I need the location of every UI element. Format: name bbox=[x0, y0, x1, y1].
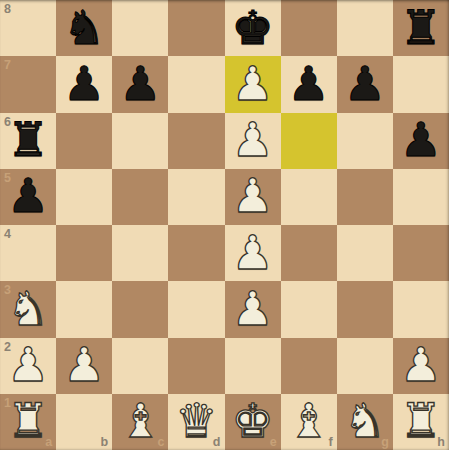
square-b4[interactable] bbox=[56, 225, 112, 281]
black-pawn-a5[interactable]: ♟ bbox=[7, 172, 49, 219]
square-f7[interactable]: ♟ bbox=[281, 56, 337, 112]
square-a3[interactable]: 3♞ bbox=[0, 281, 56, 337]
square-f3[interactable] bbox=[281, 281, 337, 337]
black-knight-b8[interactable]: ♞ bbox=[63, 4, 105, 51]
square-h6[interactable]: ♟ bbox=[393, 113, 449, 169]
black-pawn-h6[interactable]: ♟ bbox=[400, 116, 442, 163]
square-g7[interactable]: ♟ bbox=[337, 56, 393, 112]
square-g1[interactable]: g♞ bbox=[337, 394, 393, 450]
square-e6[interactable]: ♟ bbox=[225, 113, 281, 169]
square-b5[interactable] bbox=[56, 169, 112, 225]
square-f6[interactable] bbox=[281, 113, 337, 169]
square-c5[interactable] bbox=[112, 169, 168, 225]
square-b7[interactable]: ♟ bbox=[56, 56, 112, 112]
coord-rank-7: 7 bbox=[4, 59, 11, 72]
black-pawn-b7[interactable]: ♟ bbox=[63, 60, 105, 107]
white-pawn-b2[interactable]: ♟ bbox=[63, 341, 105, 388]
square-b1[interactable]: b bbox=[56, 394, 112, 450]
square-d5[interactable] bbox=[168, 169, 224, 225]
square-g5[interactable] bbox=[337, 169, 393, 225]
white-pawn-e4[interactable]: ♟ bbox=[231, 229, 273, 276]
square-g8[interactable] bbox=[337, 0, 393, 56]
coord-rank-4: 4 bbox=[4, 228, 11, 241]
white-bishop-f1[interactable]: ♝ bbox=[288, 397, 330, 444]
white-pawn-e7[interactable]: ♟ bbox=[231, 60, 273, 107]
black-pawn-c7[interactable]: ♟ bbox=[119, 60, 161, 107]
square-e8[interactable]: ♚ bbox=[225, 0, 281, 56]
square-c1[interactable]: c♝ bbox=[112, 394, 168, 450]
square-g2[interactable] bbox=[337, 338, 393, 394]
square-a8[interactable]: 8 bbox=[0, 0, 56, 56]
square-b8[interactable]: ♞ bbox=[56, 0, 112, 56]
square-g4[interactable] bbox=[337, 225, 393, 281]
square-f4[interactable] bbox=[281, 225, 337, 281]
black-rook-h8[interactable]: ♜ bbox=[400, 4, 442, 51]
white-bishop-c1[interactable]: ♝ bbox=[119, 397, 161, 444]
square-d3[interactable] bbox=[168, 281, 224, 337]
square-d2[interactable] bbox=[168, 338, 224, 394]
square-c7[interactable]: ♟ bbox=[112, 56, 168, 112]
square-f8[interactable] bbox=[281, 0, 337, 56]
square-f2[interactable] bbox=[281, 338, 337, 394]
square-e4[interactable]: ♟ bbox=[225, 225, 281, 281]
white-pawn-e5[interactable]: ♟ bbox=[231, 172, 273, 219]
square-b6[interactable] bbox=[56, 113, 112, 169]
white-pawn-h2[interactable]: ♟ bbox=[400, 341, 442, 388]
square-c2[interactable] bbox=[112, 338, 168, 394]
square-b2[interactable]: ♟ bbox=[56, 338, 112, 394]
square-a6[interactable]: 6♜ bbox=[0, 113, 56, 169]
white-pawn-e6[interactable]: ♟ bbox=[231, 116, 273, 163]
square-c3[interactable] bbox=[112, 281, 168, 337]
square-h4[interactable] bbox=[393, 225, 449, 281]
square-e1[interactable]: e♚ bbox=[225, 394, 281, 450]
square-h8[interactable]: ♜ bbox=[393, 0, 449, 56]
black-pawn-f7[interactable]: ♟ bbox=[288, 60, 330, 107]
square-d4[interactable] bbox=[168, 225, 224, 281]
square-c4[interactable] bbox=[112, 225, 168, 281]
square-g6[interactable] bbox=[337, 113, 393, 169]
square-h3[interactable] bbox=[393, 281, 449, 337]
square-b3[interactable] bbox=[56, 281, 112, 337]
square-c8[interactable] bbox=[112, 0, 168, 56]
white-knight-g1[interactable]: ♞ bbox=[344, 397, 386, 444]
square-h5[interactable] bbox=[393, 169, 449, 225]
square-h7[interactable] bbox=[393, 56, 449, 112]
square-a5[interactable]: 5♟ bbox=[0, 169, 56, 225]
square-e7[interactable]: ♟ bbox=[225, 56, 281, 112]
chess-board: 8♞♚♜7♟♟♟♟♟6♜♟♟5♟♟4♟3♞♟2♟♟♟1a♜bc♝d♛e♚f♝g♞… bbox=[0, 0, 449, 450]
coord-file-b: b bbox=[101, 436, 109, 449]
white-pawn-e3[interactable]: ♟ bbox=[231, 285, 273, 332]
square-a7[interactable]: 7 bbox=[0, 56, 56, 112]
black-pawn-g7[interactable]: ♟ bbox=[344, 60, 386, 107]
white-pawn-a2[interactable]: ♟ bbox=[7, 341, 49, 388]
black-rook-a6[interactable]: ♜ bbox=[7, 116, 49, 163]
square-g3[interactable] bbox=[337, 281, 393, 337]
square-e3[interactable]: ♟ bbox=[225, 281, 281, 337]
square-h2[interactable]: ♟ bbox=[393, 338, 449, 394]
square-f1[interactable]: f♝ bbox=[281, 394, 337, 450]
white-king-e1[interactable]: ♚ bbox=[231, 397, 273, 444]
square-d1[interactable]: d♛ bbox=[168, 394, 224, 450]
square-d6[interactable] bbox=[168, 113, 224, 169]
coord-rank-8: 8 bbox=[4, 3, 11, 16]
square-a4[interactable]: 4 bbox=[0, 225, 56, 281]
square-c6[interactable] bbox=[112, 113, 168, 169]
white-rook-h1[interactable]: ♜ bbox=[400, 397, 442, 444]
white-rook-a1[interactable]: ♜ bbox=[7, 397, 49, 444]
square-f5[interactable] bbox=[281, 169, 337, 225]
square-h1[interactable]: h♜ bbox=[393, 394, 449, 450]
white-queen-d1[interactable]: ♛ bbox=[175, 397, 217, 444]
square-d8[interactable] bbox=[168, 0, 224, 56]
white-knight-a3[interactable]: ♞ bbox=[7, 285, 49, 332]
square-a1[interactable]: 1a♜ bbox=[0, 394, 56, 450]
black-king-e8[interactable]: ♚ bbox=[231, 4, 273, 51]
square-a2[interactable]: 2♟ bbox=[0, 338, 56, 394]
square-d7[interactable] bbox=[168, 56, 224, 112]
square-e2[interactable] bbox=[225, 338, 281, 394]
square-e5[interactable]: ♟ bbox=[225, 169, 281, 225]
